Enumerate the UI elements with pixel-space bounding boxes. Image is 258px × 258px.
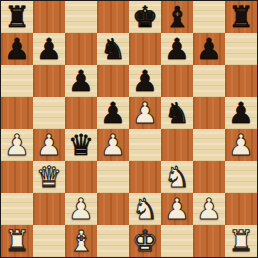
black-knight[interactable]: ♞: [97, 33, 129, 65]
square-e7[interactable]: [129, 33, 161, 65]
square-g6[interactable]: [193, 65, 225, 97]
square-b2[interactable]: [33, 193, 65, 225]
square-g5[interactable]: [193, 97, 225, 129]
black-pawn[interactable]: ♟: [33, 33, 65, 65]
black-knight[interactable]: ♞: [161, 97, 193, 129]
white-pawn[interactable]: ♟: [97, 129, 129, 161]
square-c1[interactable]: ♝: [65, 225, 97, 257]
white-pawn[interactable]: ♟: [161, 193, 193, 225]
black-pawn[interactable]: ♟: [1, 33, 33, 65]
square-g4[interactable]: [193, 129, 225, 161]
square-e8[interactable]: ♚: [129, 1, 161, 33]
white-queen[interactable]: ♛: [33, 161, 65, 193]
black-bishop[interactable]: ♝: [161, 1, 193, 33]
black-pawn[interactable]: ♟: [225, 97, 257, 129]
square-h6[interactable]: [225, 65, 257, 97]
black-pawn[interactable]: ♟: [97, 97, 129, 129]
square-d7[interactable]: ♞: [97, 33, 129, 65]
square-b8[interactable]: [33, 1, 65, 33]
white-rook[interactable]: ♜: [1, 225, 33, 257]
square-h3[interactable]: [225, 161, 257, 193]
square-d4[interactable]: ♟: [97, 129, 129, 161]
square-f4[interactable]: [161, 129, 193, 161]
white-pawn[interactable]: ♟: [65, 193, 97, 225]
square-e2[interactable]: ♞: [129, 193, 161, 225]
black-queen[interactable]: ♛: [65, 129, 97, 161]
black-pawn[interactable]: ♟: [161, 33, 193, 65]
square-c4[interactable]: ♛: [65, 129, 97, 161]
square-b7[interactable]: ♟: [33, 33, 65, 65]
white-bishop[interactable]: ♝: [65, 225, 97, 257]
square-h1[interactable]: ♜: [225, 225, 257, 257]
black-rook[interactable]: ♜: [225, 1, 257, 33]
square-d3[interactable]: [97, 161, 129, 193]
white-king[interactable]: ♚: [129, 225, 161, 257]
square-e4[interactable]: [129, 129, 161, 161]
square-a7[interactable]: ♟: [1, 33, 33, 65]
black-pawn[interactable]: ♟: [129, 65, 161, 97]
square-e3[interactable]: [129, 161, 161, 193]
square-d2[interactable]: [97, 193, 129, 225]
square-d6[interactable]: [97, 65, 129, 97]
square-a1[interactable]: ♜: [1, 225, 33, 257]
square-c6[interactable]: ♟: [65, 65, 97, 97]
square-f5[interactable]: ♞: [161, 97, 193, 129]
square-h7[interactable]: [225, 33, 257, 65]
square-g1[interactable]: [193, 225, 225, 257]
black-rook[interactable]: ♜: [1, 1, 33, 33]
chess-board-frame: ♜♚♝♜♟♟♞♟♟♟♟♟♟♞♟♟♟♛♟♟♛♞♟♞♟♟♜♝♚♜: [0, 0, 258, 258]
square-g3[interactable]: [193, 161, 225, 193]
square-a2[interactable]: [1, 193, 33, 225]
square-f8[interactable]: ♝: [161, 1, 193, 33]
square-h8[interactable]: ♜: [225, 1, 257, 33]
square-e1[interactable]: ♚: [129, 225, 161, 257]
square-a6[interactable]: [1, 65, 33, 97]
square-f7[interactable]: ♟: [161, 33, 193, 65]
black-king[interactable]: ♚: [129, 1, 161, 33]
square-c3[interactable]: [65, 161, 97, 193]
white-pawn[interactable]: ♟: [225, 129, 257, 161]
square-d5[interactable]: ♟: [97, 97, 129, 129]
square-e5[interactable]: ♟: [129, 97, 161, 129]
white-rook[interactable]: ♜: [225, 225, 257, 257]
square-c5[interactable]: [65, 97, 97, 129]
white-knight[interactable]: ♞: [129, 193, 161, 225]
square-c7[interactable]: [65, 33, 97, 65]
square-g7[interactable]: ♟: [193, 33, 225, 65]
square-f3[interactable]: ♞: [161, 161, 193, 193]
square-g8[interactable]: [193, 1, 225, 33]
square-d8[interactable]: [97, 1, 129, 33]
white-pawn[interactable]: ♟: [1, 129, 33, 161]
square-b1[interactable]: [33, 225, 65, 257]
square-h4[interactable]: ♟: [225, 129, 257, 161]
square-c2[interactable]: ♟: [65, 193, 97, 225]
square-b6[interactable]: [33, 65, 65, 97]
chess-board: ♜♚♝♜♟♟♞♟♟♟♟♟♟♞♟♟♟♛♟♟♛♞♟♞♟♟♜♝♚♜: [1, 1, 257, 257]
square-h5[interactable]: ♟: [225, 97, 257, 129]
square-a8[interactable]: ♜: [1, 1, 33, 33]
white-knight[interactable]: ♞: [161, 161, 193, 193]
square-b3[interactable]: ♛: [33, 161, 65, 193]
square-b4[interactable]: ♟: [33, 129, 65, 161]
square-d1[interactable]: [97, 225, 129, 257]
square-f6[interactable]: [161, 65, 193, 97]
square-a3[interactable]: [1, 161, 33, 193]
square-e6[interactable]: ♟: [129, 65, 161, 97]
white-pawn[interactable]: ♟: [129, 97, 161, 129]
square-a4[interactable]: ♟: [1, 129, 33, 161]
square-f2[interactable]: ♟: [161, 193, 193, 225]
square-g2[interactable]: ♟: [193, 193, 225, 225]
black-pawn[interactable]: ♟: [65, 65, 97, 97]
square-c8[interactable]: [65, 1, 97, 33]
square-a5[interactable]: [1, 97, 33, 129]
white-pawn[interactable]: ♟: [33, 129, 65, 161]
square-h2[interactable]: [225, 193, 257, 225]
square-f1[interactable]: [161, 225, 193, 257]
black-pawn[interactable]: ♟: [193, 33, 225, 65]
square-b5[interactable]: [33, 97, 65, 129]
white-pawn[interactable]: ♟: [193, 193, 225, 225]
